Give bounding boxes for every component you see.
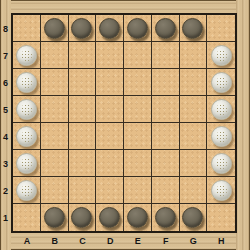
board-square[interactable] (41, 69, 69, 96)
board-square[interactable] (207, 69, 235, 96)
board-square[interactable] (180, 177, 208, 204)
dark-piece[interactable] (71, 207, 92, 228)
board-square[interactable] (96, 15, 124, 42)
file-label-g: G (180, 233, 208, 249)
board-square[interactable] (69, 42, 97, 69)
board-square[interactable] (124, 15, 152, 42)
rank-label-5: 5 (0, 96, 11, 123)
light-piece[interactable] (16, 153, 37, 174)
board-square[interactable] (152, 69, 180, 96)
board-square[interactable] (13, 69, 41, 96)
board-square[interactable] (41, 204, 69, 231)
board-square[interactable] (124, 123, 152, 150)
board-square[interactable] (207, 204, 235, 231)
board-square[interactable] (207, 15, 235, 42)
board-square[interactable] (41, 123, 69, 150)
rank-label-6: 6 (0, 69, 11, 96)
dark-piece[interactable] (127, 207, 148, 228)
rank-label-2: 2 (0, 177, 11, 204)
dark-piece[interactable] (182, 207, 203, 228)
light-piece[interactable] (16, 126, 37, 147)
board-square[interactable] (96, 96, 124, 123)
board-square[interactable] (207, 150, 235, 177)
dark-piece[interactable] (44, 18, 65, 39)
light-piece[interactable] (16, 72, 37, 93)
dark-piece[interactable] (127, 18, 148, 39)
board-square[interactable] (152, 177, 180, 204)
board-square[interactable] (69, 123, 97, 150)
board-square[interactable] (124, 96, 152, 123)
board-square[interactable] (69, 150, 97, 177)
board-square[interactable] (96, 42, 124, 69)
light-piece[interactable] (211, 99, 232, 120)
rank-label-4: 4 (0, 123, 11, 150)
board-square[interactable] (69, 177, 97, 204)
board-square[interactable] (41, 42, 69, 69)
board-square[interactable] (96, 69, 124, 96)
loa-board (11, 13, 237, 233)
board-square[interactable] (207, 123, 235, 150)
board-square[interactable] (180, 42, 208, 69)
board-square[interactable] (13, 204, 41, 231)
light-piece[interactable] (211, 126, 232, 147)
board-square[interactable] (96, 150, 124, 177)
file-label-a: A (13, 233, 41, 249)
board-square[interactable] (152, 123, 180, 150)
board-square[interactable] (41, 15, 69, 42)
dark-piece[interactable] (155, 18, 176, 39)
board-square[interactable] (207, 177, 235, 204)
board-square[interactable] (207, 42, 235, 69)
board-square[interactable] (152, 150, 180, 177)
dark-piece[interactable] (44, 207, 65, 228)
board-square[interactable] (13, 177, 41, 204)
light-piece[interactable] (16, 180, 37, 201)
board-square[interactable] (96, 177, 124, 204)
light-piece[interactable] (211, 45, 232, 66)
board-square[interactable] (180, 15, 208, 42)
board-square[interactable] (180, 96, 208, 123)
board-square[interactable] (124, 204, 152, 231)
board-square[interactable] (69, 96, 97, 123)
file-label-h: H (207, 233, 235, 249)
light-piece[interactable] (211, 180, 232, 201)
board-square[interactable] (96, 123, 124, 150)
board-frame-right (236, 0, 250, 250)
board-square[interactable] (207, 96, 235, 123)
board-square[interactable] (180, 150, 208, 177)
board-square[interactable] (180, 204, 208, 231)
dark-piece[interactable] (99, 207, 120, 228)
light-piece[interactable] (211, 72, 232, 93)
file-label-e: E (124, 233, 152, 249)
file-label-d: D (96, 233, 124, 249)
board-square[interactable] (152, 204, 180, 231)
board-square[interactable] (180, 123, 208, 150)
board-square[interactable] (152, 42, 180, 69)
board-square[interactable] (69, 15, 97, 42)
file-label-b: B (41, 233, 69, 249)
board-square[interactable] (13, 96, 41, 123)
dark-piece[interactable] (155, 207, 176, 228)
light-piece[interactable] (16, 99, 37, 120)
board-square[interactable] (124, 42, 152, 69)
dark-piece[interactable] (71, 18, 92, 39)
board-square[interactable] (124, 150, 152, 177)
game-window: 87654321 ABCDEFGH (0, 0, 250, 250)
file-label-f: F (152, 233, 180, 249)
board-square[interactable] (13, 42, 41, 69)
board-square[interactable] (41, 96, 69, 123)
board-square[interactable] (13, 15, 41, 42)
board-square[interactable] (152, 96, 180, 123)
light-piece[interactable] (211, 153, 232, 174)
board-square[interactable] (124, 177, 152, 204)
board-square[interactable] (13, 123, 41, 150)
board-square[interactable] (69, 69, 97, 96)
rank-label-1: 1 (0, 204, 11, 231)
board-square[interactable] (124, 69, 152, 96)
board-square[interactable] (41, 150, 69, 177)
rank-labels: 87654321 (0, 15, 11, 231)
rank-label-3: 3 (0, 150, 11, 177)
file-labels: ABCDEFGH (13, 233, 235, 249)
board-square[interactable] (96, 204, 124, 231)
dark-piece[interactable] (182, 18, 203, 39)
board-square[interactable] (41, 177, 69, 204)
rank-label-8: 8 (0, 15, 11, 42)
rank-label-7: 7 (0, 42, 11, 69)
light-piece[interactable] (16, 45, 37, 66)
file-label-c: C (69, 233, 97, 249)
board-square[interactable] (13, 150, 41, 177)
board-square[interactable] (152, 15, 180, 42)
board-square[interactable] (69, 204, 97, 231)
dark-piece[interactable] (99, 18, 120, 39)
board-square[interactable] (180, 69, 208, 96)
